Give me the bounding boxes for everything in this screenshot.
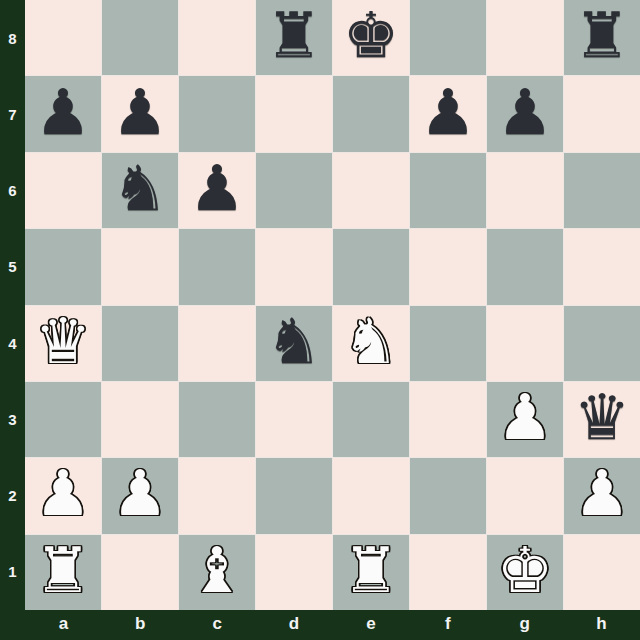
board-frame: 87654321 ♜♚♜♟♟♟♟♞♟♛♞♞♟♛♟♟♟♜♝♜♚ abcdefgh [0, 0, 640, 640]
square-e1[interactable]: ♜ [333, 535, 409, 610]
square-b4[interactable] [102, 306, 178, 381]
file-label-e: e [333, 610, 410, 640]
rank-label-7: 7 [0, 76, 25, 152]
square-g2[interactable] [487, 458, 563, 533]
piece-black-pawn[interactable]: ♟ [35, 81, 91, 144]
square-e7[interactable] [333, 76, 409, 151]
file-label-d: d [256, 610, 333, 640]
file-label-g: g [486, 610, 563, 640]
rank-label-5: 5 [0, 229, 25, 305]
square-f2[interactable] [410, 458, 486, 533]
square-d5[interactable] [256, 229, 332, 304]
file-label-h: h [563, 610, 640, 640]
square-f4[interactable] [410, 306, 486, 381]
square-d8[interactable]: ♜ [256, 0, 332, 75]
square-e3[interactable] [333, 382, 409, 457]
square-d1[interactable] [256, 535, 332, 610]
square-g5[interactable] [487, 229, 563, 304]
square-a2[interactable]: ♟ [25, 458, 101, 533]
square-e5[interactable] [333, 229, 409, 304]
square-h8[interactable]: ♜ [564, 0, 640, 75]
square-b5[interactable] [102, 229, 178, 304]
square-f8[interactable] [410, 0, 486, 75]
piece-black-rook[interactable]: ♜ [574, 4, 630, 67]
square-h5[interactable] [564, 229, 640, 304]
square-f5[interactable] [410, 229, 486, 304]
file-labels: abcdefgh [25, 610, 640, 640]
square-a5[interactable] [25, 229, 101, 304]
piece-white-king[interactable]: ♚ [497, 539, 553, 602]
rank-labels: 87654321 [0, 0, 25, 610]
piece-white-pawn[interactable]: ♟ [497, 386, 553, 449]
piece-black-knight[interactable]: ♞ [112, 157, 168, 220]
square-b3[interactable] [102, 382, 178, 457]
file-label-a: a [25, 610, 102, 640]
chess-board: ♜♚♜♟♟♟♟♞♟♛♞♞♟♛♟♟♟♜♝♜♚ [25, 0, 640, 610]
piece-black-pawn[interactable]: ♟ [189, 157, 245, 220]
square-e6[interactable] [333, 153, 409, 228]
square-d2[interactable] [256, 458, 332, 533]
square-c6[interactable]: ♟ [179, 153, 255, 228]
square-c4[interactable] [179, 306, 255, 381]
square-h3[interactable]: ♛ [564, 382, 640, 457]
square-f7[interactable]: ♟ [410, 76, 486, 151]
piece-white-pawn[interactable]: ♟ [35, 462, 91, 525]
square-c3[interactable] [179, 382, 255, 457]
square-b6[interactable]: ♞ [102, 153, 178, 228]
square-c7[interactable] [179, 76, 255, 151]
file-label-c: c [179, 610, 256, 640]
square-g4[interactable] [487, 306, 563, 381]
square-h7[interactable] [564, 76, 640, 151]
piece-white-queen[interactable]: ♛ [35, 310, 91, 373]
piece-black-knight[interactable]: ♞ [266, 310, 322, 373]
square-e8[interactable]: ♚ [333, 0, 409, 75]
piece-white-rook[interactable]: ♜ [343, 539, 399, 602]
rank-label-1: 1 [0, 534, 25, 610]
square-b8[interactable] [102, 0, 178, 75]
square-g8[interactable] [487, 0, 563, 75]
square-g6[interactable] [487, 153, 563, 228]
square-h2[interactable]: ♟ [564, 458, 640, 533]
square-f1[interactable] [410, 535, 486, 610]
square-d7[interactable] [256, 76, 332, 151]
square-a6[interactable] [25, 153, 101, 228]
square-c5[interactable] [179, 229, 255, 304]
rank-label-2: 2 [0, 458, 25, 534]
piece-white-pawn[interactable]: ♟ [112, 462, 168, 525]
square-h6[interactable] [564, 153, 640, 228]
square-c1[interactable]: ♝ [179, 535, 255, 610]
piece-white-pawn[interactable]: ♟ [574, 462, 630, 525]
square-d4[interactable]: ♞ [256, 306, 332, 381]
square-g3[interactable]: ♟ [487, 382, 563, 457]
square-d6[interactable] [256, 153, 332, 228]
piece-white-rook[interactable]: ♜ [35, 539, 91, 602]
square-a7[interactable]: ♟ [25, 76, 101, 151]
square-g1[interactable]: ♚ [487, 535, 563, 610]
piece-black-pawn[interactable]: ♟ [420, 81, 476, 144]
piece-black-queen[interactable]: ♛ [574, 386, 630, 449]
square-b1[interactable] [102, 535, 178, 610]
piece-black-pawn[interactable]: ♟ [497, 81, 553, 144]
square-e4[interactable]: ♞ [333, 306, 409, 381]
piece-black-rook[interactable]: ♜ [266, 4, 322, 67]
square-a1[interactable]: ♜ [25, 535, 101, 610]
square-b2[interactable]: ♟ [102, 458, 178, 533]
square-f3[interactable] [410, 382, 486, 457]
square-a3[interactable] [25, 382, 101, 457]
square-g7[interactable]: ♟ [487, 76, 563, 151]
square-h1[interactable] [564, 535, 640, 610]
rank-label-8: 8 [0, 0, 25, 76]
file-label-b: b [102, 610, 179, 640]
square-h4[interactable] [564, 306, 640, 381]
square-c8[interactable] [179, 0, 255, 75]
square-a4[interactable]: ♛ [25, 306, 101, 381]
square-d3[interactable] [256, 382, 332, 457]
square-b7[interactable]: ♟ [102, 76, 178, 151]
piece-black-pawn[interactable]: ♟ [112, 81, 168, 144]
rank-label-3: 3 [0, 381, 25, 457]
rank-label-6: 6 [0, 153, 25, 229]
rank-label-4: 4 [0, 305, 25, 381]
square-a8[interactable] [25, 0, 101, 75]
square-e2[interactable] [333, 458, 409, 533]
square-f6[interactable] [410, 153, 486, 228]
file-label-f: f [409, 610, 486, 640]
piece-white-bishop[interactable]: ♝ [189, 539, 245, 602]
piece-white-knight[interactable]: ♞ [343, 310, 399, 373]
square-c2[interactable] [179, 458, 255, 533]
piece-black-king[interactable]: ♚ [343, 4, 399, 67]
